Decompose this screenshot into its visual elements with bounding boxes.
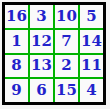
cell-r2c2: 12: [30, 30, 53, 53]
cell-r2c1: 1: [5, 30, 28, 53]
cell-r4c2: 6: [30, 79, 53, 102]
cell-r1c4: 5: [80, 5, 103, 28]
cell-r1c2: 3: [30, 5, 53, 28]
magic-square-grid: 16310511271481321196154: [2, 2, 106, 105]
cell-r3c3: 2: [55, 55, 78, 78]
cell-r1c1: 16: [5, 5, 28, 28]
cell-r4c1: 9: [5, 79, 28, 102]
cell-r3c4: 11: [80, 55, 103, 78]
cell-r3c2: 13: [30, 55, 53, 78]
cell-r4c3: 15: [55, 79, 78, 102]
cell-r2c4: 14: [80, 30, 103, 53]
cell-r2c3: 7: [55, 30, 78, 53]
cell-r1c3: 10: [55, 5, 78, 28]
cell-r3c1: 8: [5, 55, 28, 78]
cell-r4c4: 4: [80, 79, 103, 102]
